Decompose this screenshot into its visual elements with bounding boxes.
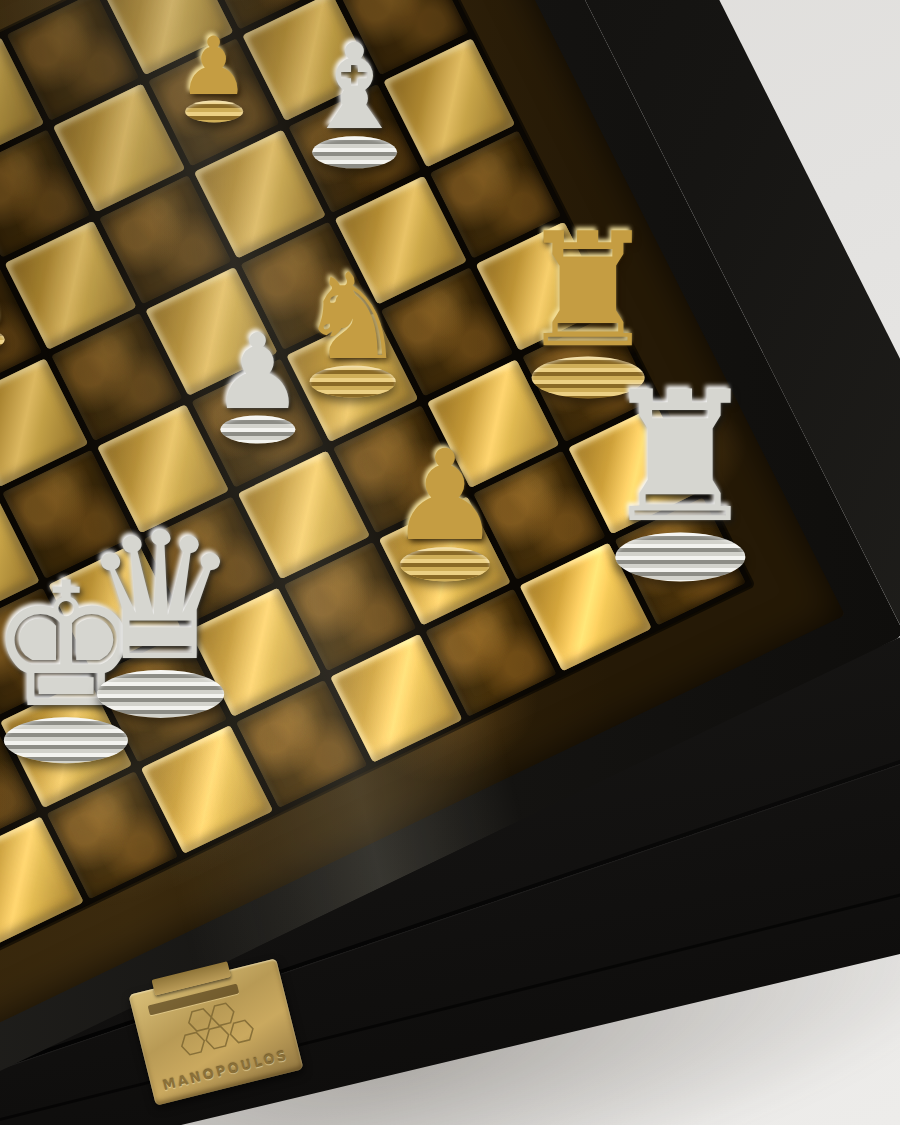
piece-gold-rook-h3: ♜ [518,219,659,398]
king-glyph: ♚ [0,568,143,726]
piece-silver-rook-h1: ♜ [600,376,761,582]
piece-base [4,717,128,763]
piece-gold-knight-f4: ♞ [299,262,406,397]
pieces-layer: ♟♟♝♟♞♜♟♛♚♜ [0,0,900,1125]
product-photo-stage: ♟♟♝♟♞♜♟♛♚♜ MANOPOULOS [0,0,900,1125]
pawn-glyph: ♟ [211,325,304,421]
piece-base [0,329,5,351]
queen-glyph: ♛ [82,517,240,679]
piece-gold-pawn-c6: ♟ [0,258,12,351]
piece-base [400,547,490,581]
piece-silver-pawn-e4: ♟ [211,325,304,443]
knight-glyph: ♞ [299,262,406,371]
pawn-glyph: ♟ [389,438,501,553]
piece-base [615,532,745,581]
piece-base [531,356,644,398]
piece-gold-pawn-f2: ♟ [389,438,501,581]
piece-silver-bishop-g6: ♝ [302,34,408,169]
piece-base [220,415,295,443]
piece-base [312,136,397,168]
piece-base [97,670,224,718]
rook-glyph: ♜ [518,219,659,363]
pawn-glyph: ♟ [178,31,250,105]
piece-base [309,366,395,398]
pawn-glyph: ♟ [0,258,12,333]
piece-gold-pawn-f7: ♟ [178,31,250,123]
piece-base [185,100,243,122]
piece-silver-queen-c2: ♛ [82,517,240,718]
piece-silver-king-b2: ♚ [0,568,143,764]
bishop-glyph: ♝ [302,34,408,143]
rook-glyph: ♜ [600,376,761,542]
